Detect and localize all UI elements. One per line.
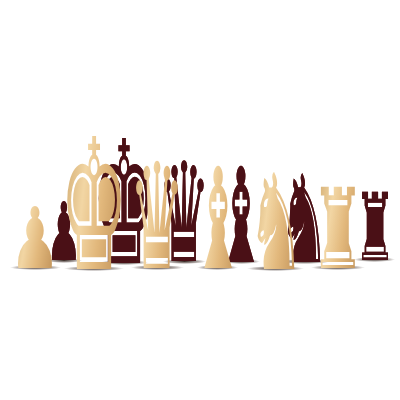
- chess-set-product-photo: ♟♟♚♚♛♛♝♝♞♞♜♜: [0, 0, 400, 400]
- light-knight: ♞: [247, 157, 304, 290]
- light-rook: ♜: [311, 174, 365, 285]
- light-pawn: ♟: [10, 196, 61, 281]
- pieces-row: ♟♟♚♚♛♛♝♝♞♞♜♜: [0, 0, 400, 400]
- light-bishop: ♝: [192, 150, 245, 290]
- light-queen: ♛: [129, 144, 184, 291]
- light-king: ♚: [60, 115, 129, 297]
